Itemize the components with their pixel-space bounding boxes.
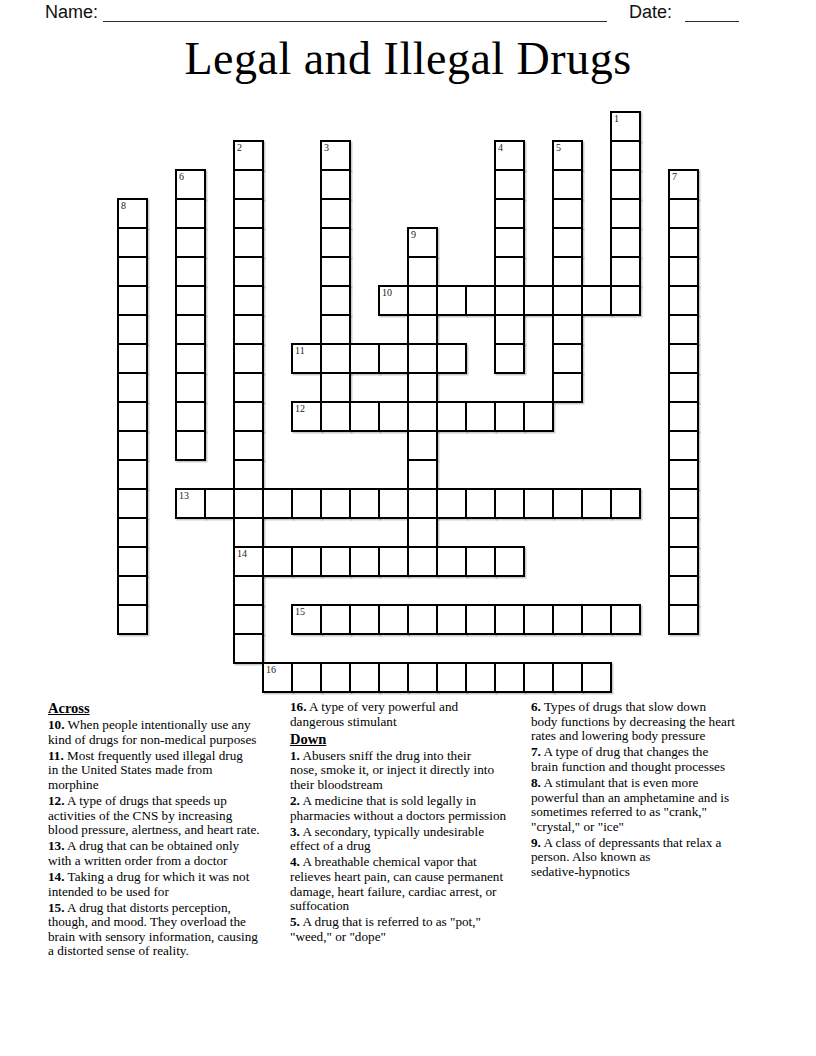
- grid-cell[interactable]: [581, 488, 612, 519]
- date-label: Date:: [629, 3, 672, 21]
- crossword-grid: 12345678910111213141516: [117, 111, 699, 693]
- worksheet-page: Name: Date: Legal and Illegal Drugs 1234…: [0, 0, 816, 1056]
- grid-cell[interactable]: [233, 169, 264, 200]
- grid-cell[interactable]: [233, 198, 264, 229]
- grid-cell[interactable]: [610, 285, 641, 316]
- grid-cell[interactable]: [407, 314, 438, 345]
- grid-cell[interactable]: [552, 227, 583, 258]
- grid-cell[interactable]: [668, 517, 699, 548]
- grid-cell[interactable]: [262, 488, 293, 519]
- grid-cell[interactable]: [552, 662, 583, 693]
- clue-text: A drug that is referred to as "pot," "we…: [290, 914, 481, 944]
- grid-cell[interactable]: [320, 169, 351, 200]
- grid-cell[interactable]: [494, 256, 525, 287]
- cell-number: 6: [179, 171, 184, 182]
- clue-number: 15.: [48, 900, 64, 915]
- cell-number: 13: [179, 490, 189, 501]
- clue-text: Types of drugs that slow down body funct…: [531, 699, 735, 743]
- clue-number: 8.: [531, 775, 541, 790]
- grid-cell[interactable]: [552, 198, 583, 229]
- grid-cell[interactable]: [117, 575, 148, 606]
- grid-cell[interactable]: [262, 546, 293, 577]
- clue-item-10: 10. When people intentionally use any ki…: [48, 718, 286, 747]
- clue-number: 4.: [290, 854, 300, 869]
- clue-item-9: 9. A class of depressants that relax a p…: [531, 836, 774, 880]
- grid-cell[interactable]: [378, 662, 409, 693]
- grid-cell[interactable]: 6: [175, 169, 206, 200]
- grid-cell[interactable]: 5: [552, 140, 583, 171]
- grid-cell[interactable]: [668, 488, 699, 519]
- clue-number: 9.: [531, 835, 541, 850]
- grid-cell[interactable]: [407, 604, 438, 635]
- grid-cell[interactable]: [291, 488, 322, 519]
- grid-cell[interactable]: [436, 343, 467, 374]
- cell-number: 3: [324, 142, 329, 153]
- clue-number: 16.: [290, 699, 306, 714]
- grid-cell[interactable]: [320, 488, 351, 519]
- clue-text: Taking a drug for which it was not inten…: [48, 869, 249, 899]
- cell-number: 5: [556, 142, 561, 153]
- grid-cell[interactable]: [668, 604, 699, 635]
- grid-cell[interactable]: [407, 256, 438, 287]
- grid-cell[interactable]: 12: [291, 401, 322, 432]
- grid-cell[interactable]: [581, 662, 612, 693]
- clue-text: A stimulant that is even more powerful t…: [531, 775, 729, 834]
- grid-cell[interactable]: [552, 169, 583, 200]
- grid-cell[interactable]: [668, 459, 699, 490]
- clue-item-5: 5. A drug that is referred to as "pot," …: [290, 915, 540, 944]
- clue-item-7: 7. A type of drug that changes the brain…: [531, 745, 774, 774]
- grid-cell[interactable]: [233, 314, 264, 345]
- grid-cell[interactable]: [320, 546, 351, 577]
- grid-cell[interactable]: [436, 546, 467, 577]
- grid-cell[interactable]: [668, 314, 699, 345]
- grid-cell[interactable]: [407, 343, 438, 374]
- grid-cell[interactable]: [494, 285, 525, 316]
- grid-cell[interactable]: 10: [378, 285, 409, 316]
- grid-cell[interactable]: [320, 401, 351, 432]
- clue-item-12: 12. A type of drugs that speeds up activ…: [48, 794, 286, 838]
- grid-cell[interactable]: [117, 256, 148, 287]
- grid-cell[interactable]: [436, 488, 467, 519]
- grid-cell[interactable]: [117, 604, 148, 635]
- grid-cell[interactable]: 2: [233, 140, 264, 171]
- grid-cell[interactable]: [552, 604, 583, 635]
- grid-cell[interactable]: [407, 546, 438, 577]
- grid-cell[interactable]: [233, 604, 264, 635]
- grid-cell[interactable]: [117, 227, 148, 258]
- grid-cell[interactable]: [233, 256, 264, 287]
- grid-cell[interactable]: [465, 546, 496, 577]
- grid-cell[interactable]: [610, 140, 641, 171]
- grid-cell[interactable]: 4: [494, 140, 525, 171]
- grid-cell[interactable]: [320, 662, 351, 693]
- clue-item-15: 15. A drug that distorts perception, tho…: [48, 901, 286, 959]
- clue-item-6: 6. Types of drugs that slow down body fu…: [531, 700, 774, 744]
- grid-cell[interactable]: [175, 343, 206, 374]
- grid-cell[interactable]: [668, 575, 699, 606]
- grid-cell[interactable]: [320, 256, 351, 287]
- grid-cell[interactable]: [117, 285, 148, 316]
- clue-item-2: 2. A medicine that is sold legally in ph…: [290, 794, 540, 823]
- grid-cell[interactable]: [465, 285, 496, 316]
- grid-cell[interactable]: [378, 546, 409, 577]
- grid-cell[interactable]: 11: [291, 343, 322, 374]
- grid-cell[interactable]: [407, 285, 438, 316]
- grid-cell[interactable]: [552, 488, 583, 519]
- clue-number: 13.: [48, 838, 64, 853]
- grid-cell[interactable]: [436, 285, 467, 316]
- grid-cell[interactable]: [465, 662, 496, 693]
- grid-cell[interactable]: [407, 517, 438, 548]
- cell-number: 14: [237, 548, 247, 559]
- clue-text: A class of depressants that relax a pers…: [531, 835, 721, 879]
- grid-cell[interactable]: 9: [407, 227, 438, 258]
- grid-cell[interactable]: [117, 401, 148, 432]
- grid-cell[interactable]: [320, 227, 351, 258]
- grid-cell[interactable]: [117, 430, 148, 461]
- clue-list-heading-across: Across: [48, 700, 286, 716]
- grid-cell[interactable]: [117, 517, 148, 548]
- grid-cell[interactable]: [233, 343, 264, 374]
- grid-cell[interactable]: [581, 285, 612, 316]
- grid-cell[interactable]: [204, 488, 235, 519]
- grid-cell[interactable]: [175, 314, 206, 345]
- grid-cell[interactable]: [436, 662, 467, 693]
- grid-cell[interactable]: [320, 343, 351, 374]
- grid-cell[interactable]: [668, 401, 699, 432]
- grid-cell[interactable]: [349, 401, 380, 432]
- grid-cell[interactable]: [175, 430, 206, 461]
- clue-text: A medicine that is sold legally in pharm…: [290, 793, 506, 823]
- clue-text: A drug that distorts perception, though,…: [48, 900, 258, 959]
- grid-cell[interactable]: [610, 256, 641, 287]
- clue-item-11: 11. Most frequently used illegal drug in…: [48, 749, 286, 793]
- grid-cell[interactable]: [233, 488, 264, 519]
- clue-number: 11.: [48, 748, 64, 763]
- grid-cell[interactable]: [233, 575, 264, 606]
- grid-cell[interactable]: [291, 662, 322, 693]
- cell-number: 11: [295, 345, 305, 356]
- grid-cell[interactable]: [233, 401, 264, 432]
- grid-cell[interactable]: [349, 604, 380, 635]
- clue-text: A secondary, typically undesirable effec…: [290, 824, 484, 854]
- grid-cell[interactable]: [233, 227, 264, 258]
- grid-cell[interactable]: [494, 604, 525, 635]
- grid-cell[interactable]: [610, 198, 641, 229]
- grid-cell[interactable]: [175, 401, 206, 432]
- grid-cell[interactable]: [349, 488, 380, 519]
- clue-number: 14.: [48, 869, 64, 884]
- grid-cell[interactable]: [233, 372, 264, 403]
- grid-cell[interactable]: 13: [175, 488, 206, 519]
- grid-cell[interactable]: [668, 198, 699, 229]
- page-title: Legal and Illegal Drugs: [0, 33, 816, 85]
- clue-item-3: 3. A secondary, typically undesirable ef…: [290, 825, 540, 854]
- grid-cell[interactable]: [407, 430, 438, 461]
- grid-cell[interactable]: [407, 459, 438, 490]
- clue-item-16: 16. A type of very powerful and dangerou…: [290, 700, 540, 729]
- grid-cell[interactable]: [668, 546, 699, 577]
- grid-cell[interactable]: [291, 546, 322, 577]
- grid-cell[interactable]: [407, 662, 438, 693]
- clue-number: 3.: [290, 824, 300, 839]
- grid-cell[interactable]: [117, 459, 148, 490]
- grid-cell[interactable]: [233, 430, 264, 461]
- grid-cell[interactable]: [407, 401, 438, 432]
- clue-number: 6.: [531, 699, 541, 714]
- grid-cell[interactable]: [523, 401, 554, 432]
- grid-cell[interactable]: 7: [668, 169, 699, 200]
- grid-cell[interactable]: [494, 546, 525, 577]
- clue-number: 2.: [290, 793, 300, 808]
- grid-cell[interactable]: 3: [320, 140, 351, 171]
- clue-item-4: 4. A breathable chemical vapor that reli…: [290, 855, 540, 913]
- grid-cell[interactable]: 15: [291, 604, 322, 635]
- grid-cell[interactable]: [407, 488, 438, 519]
- clue-text: When people intentionally use any kind o…: [48, 717, 256, 747]
- name-label: Name:: [45, 3, 98, 21]
- grid-cell[interactable]: [233, 285, 264, 316]
- grid-cell[interactable]: 14: [233, 546, 264, 577]
- clue-number: 1.: [290, 748, 300, 763]
- clue-item-8: 8. A stimulant that is even more powerfu…: [531, 776, 774, 834]
- grid-cell[interactable]: [552, 314, 583, 345]
- grid-cell[interactable]: [233, 633, 264, 664]
- grid-cell[interactable]: [668, 256, 699, 287]
- clue-text: A breathable chemical vapor that relieve…: [290, 854, 503, 913]
- grid-cell[interactable]: [494, 227, 525, 258]
- clue-text: A drug that can be obtained only with a …: [48, 838, 239, 868]
- cell-number: 4: [498, 142, 503, 153]
- clue-number: 12.: [48, 793, 64, 808]
- grid-cell[interactable]: [320, 604, 351, 635]
- grid-cell[interactable]: [378, 604, 409, 635]
- grid-cell[interactable]: [320, 198, 351, 229]
- grid-cell[interactable]: [117, 343, 148, 374]
- grid-cell[interactable]: [668, 372, 699, 403]
- grid-cell[interactable]: [523, 488, 554, 519]
- date-blank-line[interactable]: [685, 4, 739, 22]
- cell-number: 1: [614, 113, 619, 124]
- clue-text: Abusers sniff the drug into their nose, …: [290, 748, 494, 792]
- clue-text: Most frequently used illegal drug in the…: [48, 748, 243, 792]
- grid-cell[interactable]: [494, 662, 525, 693]
- grid-cell[interactable]: 1: [610, 111, 641, 142]
- grid-cell[interactable]: [465, 488, 496, 519]
- grid-cell[interactable]: [117, 372, 148, 403]
- grid-cell[interactable]: [465, 401, 496, 432]
- grid-cell[interactable]: [523, 604, 554, 635]
- grid-cell[interactable]: [523, 662, 554, 693]
- grid-cell[interactable]: [581, 604, 612, 635]
- grid-cell[interactable]: [117, 314, 148, 345]
- grid-cell[interactable]: [668, 227, 699, 258]
- grid-cell[interactable]: [378, 401, 409, 432]
- grid-cell[interactable]: [349, 662, 380, 693]
- grid-cell[interactable]: [175, 227, 206, 258]
- grid-cell[interactable]: [117, 488, 148, 519]
- grid-cell[interactable]: [494, 314, 525, 345]
- cell-number: 16: [266, 664, 276, 675]
- grid-cell[interactable]: [552, 343, 583, 374]
- cell-number: 2: [237, 142, 242, 153]
- cell-number: 8: [121, 200, 126, 211]
- grid-cell[interactable]: [349, 546, 380, 577]
- clue-item-14: 14. Taking a drug for which it was not i…: [48, 870, 286, 899]
- grid-cell[interactable]: [175, 256, 206, 287]
- clue-column-across: Across10. When people intentionally use …: [48, 700, 286, 961]
- name-blank-line[interactable]: [103, 4, 607, 22]
- grid-cell[interactable]: [668, 285, 699, 316]
- grid-cell[interactable]: [494, 169, 525, 200]
- grid-cell[interactable]: [378, 343, 409, 374]
- grid-cell[interactable]: [436, 401, 467, 432]
- grid-cell[interactable]: [175, 285, 206, 316]
- grid-cell[interactable]: 16: [262, 662, 293, 693]
- grid-cell[interactable]: [349, 343, 380, 374]
- grid-cell[interactable]: 8: [117, 198, 148, 229]
- grid-cell[interactable]: [610, 169, 641, 200]
- clue-number: 10.: [48, 717, 64, 732]
- grid-cell[interactable]: [117, 546, 148, 577]
- grid-cell[interactable]: [668, 343, 699, 374]
- grid-cell[interactable]: [320, 285, 351, 316]
- cell-number: 10: [382, 287, 392, 298]
- clue-item-13: 13. A drug that can be obtained only wit…: [48, 839, 286, 868]
- clue-item-1: 1. Abusers sniff the drug into their nos…: [290, 749, 540, 793]
- clue-text: A type of drug that changes the brain fu…: [531, 744, 725, 774]
- grid-cell[interactable]: [552, 256, 583, 287]
- clue-number: 7.: [531, 744, 541, 759]
- clue-column-down: 6. Types of drugs that slow down body fu…: [531, 700, 774, 881]
- grid-cell[interactable]: [233, 459, 264, 490]
- grid-cell[interactable]: [320, 314, 351, 345]
- grid-cell[interactable]: [610, 227, 641, 258]
- cell-number: 7: [672, 171, 677, 182]
- clue-number: 5.: [290, 914, 300, 929]
- grid-cell[interactable]: [523, 285, 554, 316]
- grid-cell[interactable]: [175, 198, 206, 229]
- grid-cell[interactable]: [436, 604, 467, 635]
- clue-text: A type of very powerful and dangerous st…: [290, 699, 458, 729]
- grid-cell[interactable]: [407, 372, 438, 403]
- grid-cell[interactable]: [465, 604, 496, 635]
- grid-cell[interactable]: [494, 488, 525, 519]
- cell-number: 9: [411, 229, 416, 240]
- grid-cell[interactable]: [175, 372, 206, 403]
- clue-list-heading-down: Down: [290, 731, 540, 747]
- grid-cell[interactable]: [494, 198, 525, 229]
- clue-text: A type of drugs that speeds up activitie…: [48, 793, 260, 837]
- grid-cell[interactable]: [610, 488, 641, 519]
- grid-cell[interactable]: [552, 372, 583, 403]
- grid-cell[interactable]: [552, 285, 583, 316]
- grid-cell[interactable]: [610, 604, 641, 635]
- grid-cell[interactable]: [668, 430, 699, 461]
- grid-cell[interactable]: [494, 343, 525, 374]
- clue-column-middle: 16. A type of very powerful and dangerou…: [290, 700, 540, 946]
- grid-cell[interactable]: [233, 517, 264, 548]
- cell-number: 12: [295, 403, 305, 414]
- cell-number: 15: [295, 606, 305, 617]
- grid-cell[interactable]: [378, 488, 409, 519]
- grid-cell[interactable]: [494, 401, 525, 432]
- grid-cell[interactable]: [320, 372, 351, 403]
